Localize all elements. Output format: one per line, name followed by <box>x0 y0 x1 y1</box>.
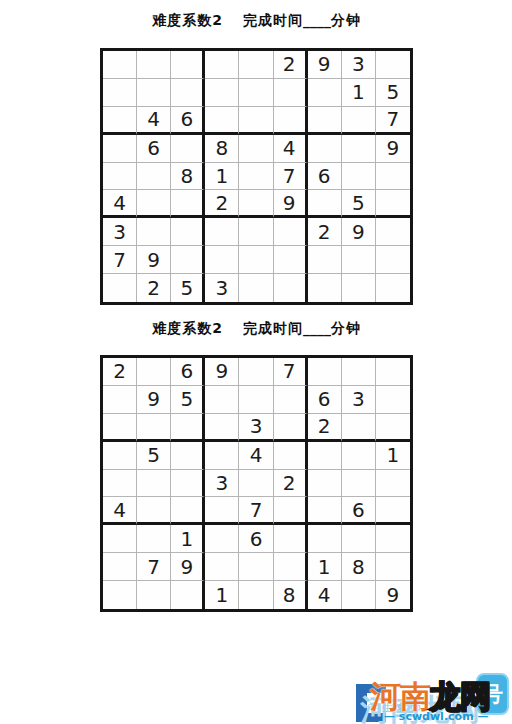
sudoku-cell-r2c3 <box>171 79 205 107</box>
time-blank-line: ____ <box>303 320 331 336</box>
sudoku-cell-r9c3 <box>171 581 205 609</box>
sudoku-cell-r9c8 <box>342 581 376 609</box>
sudoku-cell-r1c4: 9 <box>205 358 239 386</box>
sudoku-cell-r9c7: 4 <box>308 581 342 609</box>
dash-right: — <box>477 710 488 723</box>
sudoku-cell-r4c7 <box>308 135 342 163</box>
sudoku-cell-r5c9 <box>376 163 410 191</box>
sudoku-cell-r2c2 <box>137 79 171 107</box>
sudoku-cell-r9c9 <box>376 274 410 302</box>
sudoku-cell-r3c5 <box>239 107 273 135</box>
sudoku-cell-r2c7: 6 <box>308 386 342 414</box>
sudoku-cell-r3c8 <box>342 107 376 135</box>
sudoku-cell-r8c2: 9 <box>137 246 171 274</box>
sudoku-cell-r5c4: 3 <box>205 470 239 498</box>
sudoku-cell-r5c3 <box>171 470 205 498</box>
sudoku-cell-r8c3: 9 <box>171 553 205 581</box>
sudoku-cell-r6c1: 4 <box>103 190 137 218</box>
sudoku-cell-r2c5 <box>239 79 273 107</box>
sudoku-cell-r6c3 <box>171 497 205 525</box>
sudoku-cell-r6c6: 9 <box>274 190 308 218</box>
sudoku-cell-r4c1 <box>103 442 137 470</box>
sudoku-cell-r6c4: 2 <box>205 190 239 218</box>
sudoku-cell-r3c1 <box>103 414 137 442</box>
minutes-label: 分钟 <box>331 12 361 28</box>
sudoku-cell-r7c9 <box>376 218 410 246</box>
sudoku-cell-r4c5: 4 <box>239 442 273 470</box>
sudoku-cell-r8c6 <box>274 246 308 274</box>
sudoku-cell-r1c1: 2 <box>103 358 137 386</box>
sudoku-cell-r2c1 <box>103 79 137 107</box>
sudoku-cell-r9c4: 3 <box>205 274 239 302</box>
sudoku-cell-r9c1 <box>103 274 137 302</box>
sudoku-cell-r8c9 <box>376 246 410 274</box>
minutes-label: 分钟 <box>331 320 361 336</box>
sudoku-cell-r3c9 <box>376 414 410 442</box>
sudoku-cell-r8c2: 7 <box>137 553 171 581</box>
url-text: scwdwl.com <box>399 710 474 723</box>
sudoku-cell-r4c2: 6 <box>137 135 171 163</box>
sudoku-cell-r4c6: 4 <box>274 135 308 163</box>
sudoku-cell-r5c9 <box>376 470 410 498</box>
site-name-part1: 河南 <box>370 678 430 714</box>
sudoku-cell-r1c8 <box>342 358 376 386</box>
sudoku-cell-r1c5 <box>239 51 273 79</box>
sudoku-cell-r5c7: 6 <box>308 163 342 191</box>
sudoku-cell-r4c8 <box>342 135 376 163</box>
sudoku-cell-r4c2: 5 <box>137 442 171 470</box>
site-name-part2: 龙网 <box>430 678 490 714</box>
sudoku-cell-r5c8 <box>342 163 376 191</box>
sudoku-cell-r8c8 <box>342 246 376 274</box>
sudoku-cell-r5c2 <box>137 163 171 191</box>
worksheet-page: 难度系数2完成时间____分钟 293154676849817642953297… <box>0 0 512 724</box>
sudoku-cell-r5c1 <box>103 470 137 498</box>
sudoku-cell-r3c9: 7 <box>376 107 410 135</box>
sudoku-cell-r9c4: 1 <box>205 581 239 609</box>
sudoku-cell-r8c7 <box>308 246 342 274</box>
sudoku-cell-r9c2: 2 <box>137 274 171 302</box>
sudoku-cell-r7c2 <box>137 218 171 246</box>
sudoku-cell-r6c2 <box>137 497 171 525</box>
sudoku-cell-r6c6 <box>274 497 308 525</box>
sudoku-cell-r8c8: 8 <box>342 553 376 581</box>
sudoku-cell-r3c7 <box>308 107 342 135</box>
sudoku-cell-r7c1: 3 <box>103 218 137 246</box>
sudoku-cell-r8c3 <box>171 246 205 274</box>
sudoku-cell-r9c3: 5 <box>171 274 205 302</box>
sudoku-cell-r1c2 <box>137 51 171 79</box>
sudoku-cell-r7c6 <box>274 218 308 246</box>
sudoku-cell-r3c7: 2 <box>308 414 342 442</box>
sudoku-cell-r1c6: 2 <box>274 51 308 79</box>
sudoku-cell-r9c2 <box>137 581 171 609</box>
sudoku-cell-r6c7 <box>308 190 342 218</box>
sudoku-cell-r7c8 <box>342 525 376 553</box>
sudoku-cell-r2c9: 5 <box>376 79 410 107</box>
sudoku-cell-r6c8: 5 <box>342 190 376 218</box>
sudoku-cell-r2c4 <box>205 386 239 414</box>
sudoku-cell-r2c7 <box>308 79 342 107</box>
sudoku-cell-r3c1 <box>103 107 137 135</box>
sudoku-cell-r1c9 <box>376 51 410 79</box>
sudoku-cell-r6c7 <box>308 497 342 525</box>
sudoku-cell-r3c3 <box>171 414 205 442</box>
sudoku-cell-r5c7 <box>308 470 342 498</box>
sudoku-cell-r4c9: 1 <box>376 442 410 470</box>
sudoku-cell-r8c4 <box>205 553 239 581</box>
sudoku-cell-r1c3: 6 <box>171 358 205 386</box>
sudoku-cell-r8c1: 7 <box>103 246 137 274</box>
sudoku-cell-r7c7: 2 <box>308 218 342 246</box>
time-label: 完成时间 <box>243 12 303 28</box>
sudoku-cell-r8c9 <box>376 553 410 581</box>
sudoku-cell-r5c1 <box>103 163 137 191</box>
sudoku-cell-r5c5 <box>239 470 273 498</box>
sudoku-cell-r7c8: 9 <box>342 218 376 246</box>
sudoku-cell-r4c8 <box>342 442 376 470</box>
puzzle-1-header: 难度系数2完成时间____分钟 <box>100 12 413 30</box>
sudoku-cell-r7c4 <box>205 525 239 553</box>
sudoku-cell-r2c8: 3 <box>342 386 376 414</box>
sudoku-cell-r7c4 <box>205 218 239 246</box>
sudoku-cell-r8c5 <box>239 553 273 581</box>
sudoku-cell-r7c5 <box>239 218 273 246</box>
sudoku-cell-r6c3 <box>171 190 205 218</box>
sudoku-cell-r4c4: 8 <box>205 135 239 163</box>
sudoku-cell-r1c2 <box>137 358 171 386</box>
sudoku-cell-r3c6 <box>274 414 308 442</box>
sudoku-cell-r8c1 <box>103 553 137 581</box>
sudoku-cell-r1c3 <box>171 51 205 79</box>
sudoku-cell-r6c5 <box>239 190 273 218</box>
sudoku-cell-r5c4: 1 <box>205 163 239 191</box>
sudoku-cell-r7c2 <box>137 525 171 553</box>
sudoku-cell-r6c9 <box>376 190 410 218</box>
sudoku-cell-r2c6 <box>274 386 308 414</box>
sudoku-cell-r9c6: 8 <box>274 581 308 609</box>
sudoku-cell-r9c8 <box>342 274 376 302</box>
sudoku-cell-r7c6 <box>274 525 308 553</box>
sudoku-cell-r5c6: 7 <box>274 163 308 191</box>
sudoku-cell-r6c1: 4 <box>103 497 137 525</box>
sudoku-cell-r8c7: 1 <box>308 553 342 581</box>
sudoku-cell-r2c2: 9 <box>137 386 171 414</box>
sudoku-cell-r4c4 <box>205 442 239 470</box>
sudoku-cell-r2c1 <box>103 386 137 414</box>
sudoku-cell-r6c5: 7 <box>239 497 273 525</box>
sudoku-cell-r3c2 <box>137 414 171 442</box>
puzzle-2-header: 难度系数2完成时间____分钟 <box>100 320 413 338</box>
sudoku-cell-r7c3 <box>171 218 205 246</box>
sudoku-cell-r4c9: 9 <box>376 135 410 163</box>
sudoku-cell-r1c9 <box>376 358 410 386</box>
sudoku-grid-1: 2931546768498176429532979253 <box>100 48 413 305</box>
sudoku-cell-r1c1 <box>103 51 137 79</box>
sudoku-cell-r5c2 <box>137 470 171 498</box>
sudoku-cell-r4c7 <box>308 442 342 470</box>
time-blank-line: ____ <box>303 12 331 28</box>
sudoku-cell-r8c5 <box>239 246 273 274</box>
sudoku-cell-r5c6: 2 <box>274 470 308 498</box>
sudoku-cell-r2c6 <box>274 79 308 107</box>
sudoku-cell-r5c5 <box>239 163 273 191</box>
sudoku-cell-r4c1 <box>103 135 137 163</box>
sudoku-grid-2: 2697956332541324761679181849 <box>100 355 413 612</box>
sudoku-cell-r7c1 <box>103 525 137 553</box>
sudoku-cell-r5c3: 8 <box>171 163 205 191</box>
sudoku-cell-r1c8: 3 <box>342 51 376 79</box>
sudoku-cell-r3c8 <box>342 414 376 442</box>
sudoku-cell-r1c4 <box>205 51 239 79</box>
sudoku-cell-r2c3: 5 <box>171 386 205 414</box>
sudoku-cell-r7c9 <box>376 525 410 553</box>
sudoku-cell-r9c5 <box>239 274 273 302</box>
sudoku-cell-r7c7 <box>308 525 342 553</box>
sudoku-cell-r3c3: 6 <box>171 107 205 135</box>
sudoku-cell-r3c2: 4 <box>137 107 171 135</box>
sudoku-cell-r7c3: 1 <box>171 525 205 553</box>
sudoku-cell-r3c5: 3 <box>239 414 273 442</box>
sudoku-cell-r5c8 <box>342 470 376 498</box>
time-label: 完成时间 <box>243 320 303 336</box>
difficulty-label: 难度系数2 <box>152 320 223 336</box>
site-watermark: 河南龙网 河南龙网 学生名师 — scwdwl.com — 号 <box>354 652 512 724</box>
sudoku-cell-r6c8: 6 <box>342 497 376 525</box>
watermark-url: — scwdwl.com — <box>384 710 488 723</box>
sudoku-cell-r6c2 <box>137 190 171 218</box>
sudoku-cell-r2c5 <box>239 386 273 414</box>
sudoku-cell-r6c9 <box>376 497 410 525</box>
sudoku-cell-r1c7: 9 <box>308 51 342 79</box>
sudoku-cell-r2c9 <box>376 386 410 414</box>
sudoku-cell-r1c5 <box>239 358 273 386</box>
sudoku-cell-r9c5 <box>239 581 273 609</box>
sudoku-cell-r1c7 <box>308 358 342 386</box>
sudoku-cell-r7c5: 6 <box>239 525 273 553</box>
sudoku-cell-r8c6 <box>274 553 308 581</box>
sudoku-cell-r9c9: 9 <box>376 581 410 609</box>
sudoku-cell-r3c4 <box>205 107 239 135</box>
sudoku-cell-r4c3 <box>171 442 205 470</box>
sudoku-cell-r4c3 <box>171 135 205 163</box>
dash-left: — <box>384 710 395 723</box>
sudoku-cell-r6c4 <box>205 497 239 525</box>
sudoku-cell-r9c1 <box>103 581 137 609</box>
sudoku-cell-r3c4 <box>205 414 239 442</box>
sudoku-cell-r1c6: 7 <box>274 358 308 386</box>
sudoku-cell-r9c7 <box>308 274 342 302</box>
sudoku-cell-r8c4 <box>205 246 239 274</box>
sudoku-cell-r4c6 <box>274 442 308 470</box>
sudoku-cell-r3c6 <box>274 107 308 135</box>
sudoku-cell-r2c4 <box>205 79 239 107</box>
sudoku-cell-r2c8: 1 <box>342 79 376 107</box>
sudoku-cell-r9c6 <box>274 274 308 302</box>
difficulty-label: 难度系数2 <box>152 12 223 28</box>
sudoku-cell-r4c5 <box>239 135 273 163</box>
